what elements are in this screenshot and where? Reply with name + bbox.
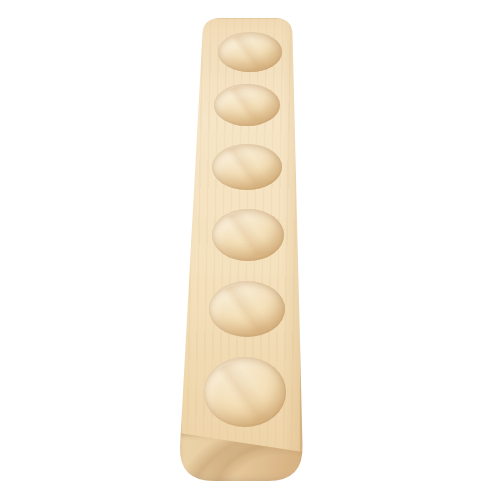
photo-background: mancala-style single-row pit board (wood… [0, 0, 500, 500]
mancala-board [178, 16, 306, 484]
board-front-end-grain [178, 433, 306, 484]
pit-5[interactable] [209, 281, 285, 337]
pit-2[interactable] [214, 84, 280, 126]
pit-3[interactable] [212, 144, 282, 190]
pit-4[interactable] [212, 209, 284, 261]
pit-6[interactable] [204, 357, 286, 427]
pit-1[interactable] [218, 32, 282, 72]
